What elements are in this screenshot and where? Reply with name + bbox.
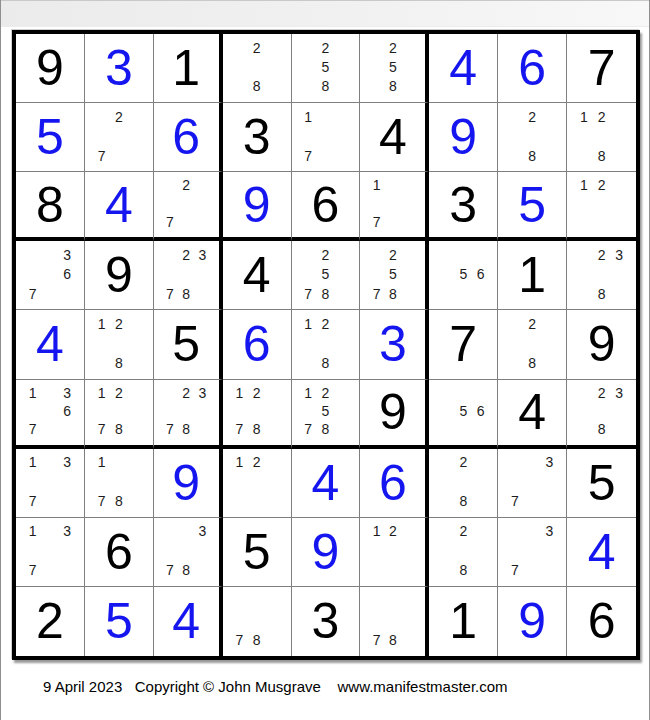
cell-r7c3[interactable]: 9: [154, 449, 223, 518]
cell-r3c4[interactable]: 9: [223, 172, 292, 241]
cell-r2c4[interactable]: 3: [223, 103, 292, 172]
pencil-marks: 28: [429, 518, 497, 586]
pencil-marks: 238: [567, 241, 636, 309]
footer-text: 9 April 2023 Copyright © John Musgrave w…: [43, 678, 508, 695]
cell-r4c2[interactable]: 9: [85, 241, 154, 310]
cell-r4c1[interactable]: 367: [16, 241, 85, 310]
pencil-mark: 2: [317, 314, 334, 333]
cell-r2c6[interactable]: 4: [360, 103, 429, 172]
pencil-mark: 2: [593, 384, 611, 402]
digit: 4: [518, 387, 546, 437]
digit: 7: [449, 319, 477, 369]
digit: 6: [172, 112, 200, 162]
cell-r3c8[interactable]: 5: [498, 172, 567, 241]
cell-r4c9[interactable]: 238: [567, 241, 636, 310]
digit: 9: [588, 319, 616, 369]
pencil-marks: 37: [498, 449, 566, 517]
pencil-mark: 8: [593, 420, 611, 438]
pencil-mark: 8: [110, 420, 127, 438]
pencil-mark: 2: [110, 107, 127, 126]
pencil-marks: 12: [360, 518, 425, 586]
pencil-mark: 3: [59, 384, 76, 402]
pencil-marks: 1278: [223, 380, 291, 445]
digit: 3: [105, 43, 133, 93]
digit: 9: [312, 527, 340, 577]
pencil-mark: 5: [455, 402, 472, 420]
pencil-mark: 7: [506, 491, 523, 510]
pencil-mark: 8: [385, 284, 401, 303]
pencil-mark: 6: [472, 402, 489, 420]
pencil-mark: 1: [24, 522, 41, 541]
pencil-marks: 78: [360, 587, 425, 656]
cell-r4c8[interactable]: 1: [498, 241, 567, 310]
cell-r9c2[interactable]: 5: [85, 587, 154, 656]
cell-r7c6[interactable]: 6: [360, 449, 429, 518]
pencil-mark: 2: [593, 176, 611, 194]
pencil-marks: 56: [429, 241, 497, 309]
pencil-marks: 27: [85, 103, 153, 171]
pencil-mark: 1: [300, 107, 317, 126]
cell-r4c5[interactable]: 2578: [292, 241, 361, 310]
cell-r8c3[interactable]: 378: [154, 518, 223, 587]
pencil-mark: 1: [368, 522, 384, 541]
cell-r5c7[interactable]: 7: [429, 310, 498, 379]
pencil-marks: 258: [360, 34, 425, 102]
digit: 4: [449, 43, 477, 93]
pencil-mark: 8: [248, 77, 265, 96]
pencil-mark: 2: [524, 314, 541, 333]
pencil-mark: 2: [248, 384, 265, 402]
pencil-mark: 2: [248, 453, 265, 472]
pencil-mark: 2: [178, 384, 194, 402]
cell-r1c4[interactable]: 28: [223, 34, 292, 103]
pencil-marks: 28: [223, 34, 291, 102]
pencil-marks: 17: [360, 172, 425, 237]
pencil-marks: 12: [223, 449, 291, 517]
cell-r7c5[interactable]: 4: [292, 449, 361, 518]
pencil-mark: 2: [178, 245, 194, 264]
cell-r8c8[interactable]: 37: [498, 518, 567, 587]
digit: 6: [518, 43, 546, 93]
pencil-marks: 2578: [360, 241, 425, 309]
cell-r7c7[interactable]: 28: [429, 449, 498, 518]
pencil-mark: 8: [524, 146, 541, 165]
pencil-marks: 12: [567, 172, 636, 237]
pencil-mark: 2: [593, 245, 611, 264]
pencil-marks: 56: [429, 380, 497, 445]
cell-r8c7[interactable]: 28: [429, 518, 498, 587]
pencil-mark: 1: [368, 176, 384, 194]
pencil-mark: 2: [248, 38, 265, 57]
pencil-mark: 7: [300, 420, 317, 438]
digit: 3: [243, 112, 271, 162]
pencil-mark: 1: [93, 314, 110, 333]
pencil-mark: 8: [455, 561, 472, 580]
digit: 9: [518, 596, 546, 646]
pencil-mark: 5: [317, 265, 334, 284]
cell-r8c1[interactable]: 137: [16, 518, 85, 587]
pencil-mark: 3: [59, 453, 76, 472]
cell-r4c3[interactable]: 2378: [154, 241, 223, 310]
pencil-marks: 128: [292, 310, 360, 378]
pencil-mark: 1: [93, 384, 110, 402]
digit: 6: [312, 180, 340, 230]
digit: 4: [588, 527, 616, 577]
cell-r1c9[interactable]: 7: [567, 34, 636, 103]
sudoku-board: 9312825825846752763174928128842796173512…: [12, 30, 640, 660]
cell-r3c5[interactable]: 6: [292, 172, 361, 241]
cell-r4c7[interactable]: 56: [429, 241, 498, 310]
digit: 4: [243, 250, 271, 300]
digit: 5: [243, 527, 271, 577]
cell-r8c5[interactable]: 9: [292, 518, 361, 587]
pencil-mark: 7: [300, 284, 317, 303]
pencil-mark: 8: [248, 630, 265, 650]
pencil-mark: 3: [541, 453, 558, 472]
pencil-mark: 5: [317, 57, 334, 76]
pencil-mark: 7: [24, 561, 41, 580]
digit: 6: [588, 596, 616, 646]
cell-r6c6[interactable]: 9: [360, 380, 429, 449]
cell-r6c4[interactable]: 1278: [223, 380, 292, 449]
pencil-mark: 3: [610, 384, 628, 402]
cell-r8c6[interactable]: 12: [360, 518, 429, 587]
pencil-mark: 2: [110, 384, 127, 402]
cell-r6c2[interactable]: 1278: [85, 380, 154, 449]
cell-r3c9[interactable]: 12: [567, 172, 636, 241]
digit: 9: [449, 112, 477, 162]
pencil-mark: 2: [317, 38, 334, 57]
pencil-mark: 8: [317, 353, 334, 372]
pencil-mark: 7: [162, 213, 178, 231]
pencil-mark: 8: [317, 284, 334, 303]
cell-r5c5[interactable]: 128: [292, 310, 361, 379]
pencil-mark: 2: [455, 453, 472, 472]
cell-r9c5[interactable]: 3: [292, 587, 361, 656]
pencil-mark: 2: [593, 107, 611, 126]
pencil-mark: 2: [110, 314, 127, 333]
cell-r5c6[interactable]: 3: [360, 310, 429, 379]
cell-r3c6[interactable]: 17: [360, 172, 429, 241]
cell-r9c4[interactable]: 78: [223, 587, 292, 656]
cell-r2c8[interactable]: 28: [498, 103, 567, 172]
pencil-mark: 1: [575, 107, 593, 126]
pencil-mark: 7: [506, 561, 523, 580]
digit: 2: [36, 596, 64, 646]
cell-r8c9[interactable]: 4: [567, 518, 636, 587]
pencil-marks: 28: [498, 310, 566, 378]
cell-r1c7[interactable]: 4: [429, 34, 498, 103]
pencil-marks: 37: [498, 518, 566, 586]
pencil-marks: 1278: [85, 380, 153, 445]
cell-r2c3[interactable]: 6: [154, 103, 223, 172]
pencil-mark: 8: [317, 77, 334, 96]
pencil-marks: 12578: [292, 380, 360, 445]
cell-r9c6[interactable]: 78: [360, 587, 429, 656]
pencil-mark: 8: [110, 491, 127, 510]
pencil-mark: 2: [317, 384, 334, 402]
cell-r9c7[interactable]: 1: [429, 587, 498, 656]
pencil-mark: 7: [162, 420, 178, 438]
pencil-mark: 1: [575, 176, 593, 194]
cell-r5c1[interactable]: 4: [16, 310, 85, 379]
pencil-mark: 5: [317, 402, 334, 420]
pencil-mark: 7: [368, 630, 384, 650]
digit: 5: [518, 180, 546, 230]
cell-r3c2[interactable]: 4: [85, 172, 154, 241]
pencil-mark: 3: [610, 245, 628, 264]
pencil-mark: 8: [385, 630, 401, 650]
digit: 4: [36, 319, 64, 369]
pencil-mark: 8: [110, 353, 127, 372]
pencil-mark: 1: [24, 384, 41, 402]
cell-r6c5[interactable]: 12578: [292, 380, 361, 449]
pencil-marks: 28: [498, 103, 566, 171]
digit: 9: [172, 458, 200, 508]
cell-r5c9[interactable]: 9: [567, 310, 636, 379]
pencil-mark: 1: [231, 453, 248, 472]
pencil-mark: 7: [162, 284, 178, 303]
pencil-mark: 2: [385, 245, 401, 264]
pencil-mark: 8: [524, 353, 541, 372]
pencil-mark: 7: [93, 420, 110, 438]
pencil-mark: 6: [59, 402, 76, 420]
pencil-mark: 5: [385, 265, 401, 284]
pencil-mark: 2: [455, 522, 472, 541]
pencil-mark: 3: [541, 522, 558, 541]
cell-r7c4[interactable]: 12: [223, 449, 292, 518]
digit: 3: [449, 180, 477, 230]
digit: 3: [379, 319, 407, 369]
pencil-mark: 3: [59, 245, 76, 264]
pencil-mark: 8: [593, 146, 611, 165]
pencil-mark: 7: [93, 491, 110, 510]
pencil-mark: 8: [593, 284, 611, 303]
cell-r2c2[interactable]: 27: [85, 103, 154, 172]
pencil-mark: 8: [178, 284, 194, 303]
pencil-mark: 7: [231, 420, 248, 438]
pencil-marks: 2378: [154, 380, 219, 445]
digit: 4: [105, 180, 133, 230]
pencil-mark: 1: [93, 453, 110, 472]
digit: 4: [312, 458, 340, 508]
cell-r9c9[interactable]: 6: [567, 587, 636, 656]
pencil-marks: 128: [567, 103, 636, 171]
cell-r9c1[interactable]: 2: [16, 587, 85, 656]
digit: 6: [105, 527, 133, 577]
pencil-marks: 178: [85, 449, 153, 517]
digit: 6: [379, 458, 407, 508]
cell-r1c8[interactable]: 6: [498, 34, 567, 103]
pencil-mark: 2: [385, 522, 401, 541]
cell-r1c3[interactable]: 1: [154, 34, 223, 103]
pencil-mark: 2: [317, 245, 334, 264]
pencil-marks: 2578: [292, 241, 360, 309]
pencil-marks: 27: [154, 172, 219, 237]
pencil-mark: 8: [178, 561, 194, 580]
digit: 5: [172, 319, 200, 369]
digit: 7: [588, 43, 616, 93]
pencil-mark: 7: [231, 630, 248, 650]
cell-r5c3[interactable]: 5: [154, 310, 223, 379]
pencil-marks: 1367: [16, 380, 84, 445]
pencil-marks: 238: [567, 380, 636, 445]
digit: 9: [36, 43, 64, 93]
pencil-mark: 3: [194, 522, 210, 541]
pencil-marks: 17: [292, 103, 360, 171]
pencil-mark: 3: [194, 384, 210, 402]
digit: 9: [105, 250, 133, 300]
cell-r5c2[interactable]: 128: [85, 310, 154, 379]
pencil-marks: 137: [16, 518, 84, 586]
pencil-mark: 1: [300, 384, 317, 402]
pencil-mark: 2: [178, 176, 194, 194]
cell-r6c3[interactable]: 2378: [154, 380, 223, 449]
pencil-marks: 258: [292, 34, 360, 102]
digit: 1: [172, 43, 200, 93]
cell-r9c8[interactable]: 9: [498, 587, 567, 656]
pencil-mark: 2: [524, 107, 541, 126]
pencil-mark: 5: [455, 265, 472, 284]
pencil-mark: 8: [385, 77, 401, 96]
pencil-mark: 3: [59, 522, 76, 541]
cell-r7c8[interactable]: 37: [498, 449, 567, 518]
cell-r9c3[interactable]: 4: [154, 587, 223, 656]
pencil-mark: 7: [24, 420, 41, 438]
cell-r4c6[interactable]: 2578: [360, 241, 429, 310]
pencil-mark: 7: [368, 284, 384, 303]
digit: 9: [379, 387, 407, 437]
cell-r2c7[interactable]: 9: [429, 103, 498, 172]
cell-r8c2[interactable]: 6: [85, 518, 154, 587]
pencil-mark: 7: [162, 561, 178, 580]
page: 9312825825846752763174928128842796173512…: [0, 0, 650, 720]
pencil-mark: 3: [194, 245, 210, 264]
pencil-mark: 8: [455, 491, 472, 510]
digit: 9: [243, 180, 271, 230]
top-bar: [1, 0, 649, 27]
cell-r3c7[interactable]: 3: [429, 172, 498, 241]
cell-r6c9[interactable]: 238: [567, 380, 636, 449]
digit: 4: [172, 596, 200, 646]
pencil-mark: 7: [24, 284, 41, 303]
cell-r6c8[interactable]: 4: [498, 380, 567, 449]
pencil-mark: 7: [368, 213, 384, 231]
pencil-mark: 1: [231, 384, 248, 402]
digit: 1: [449, 596, 477, 646]
pencil-marks: 137: [16, 449, 84, 517]
cell-r1c1[interactable]: 9: [16, 34, 85, 103]
cell-r3c1[interactable]: 8: [16, 172, 85, 241]
digit: 5: [36, 112, 64, 162]
digit: 3: [312, 596, 340, 646]
cell-r8c4[interactable]: 5: [223, 518, 292, 587]
pencil-mark: 1: [300, 314, 317, 333]
pencil-mark: 5: [385, 57, 401, 76]
cell-r2c5[interactable]: 17: [292, 103, 361, 172]
digit: 5: [588, 458, 616, 508]
pencil-mark: 6: [472, 265, 489, 284]
pencil-marks: 367: [16, 241, 84, 309]
cell-r3c3[interactable]: 27: [154, 172, 223, 241]
pencil-mark: 8: [248, 420, 265, 438]
pencil-mark: 1: [24, 453, 41, 472]
digit: 8: [36, 180, 64, 230]
pencil-mark: 2: [385, 38, 401, 57]
digit: 4: [379, 112, 407, 162]
digit: 1: [518, 250, 546, 300]
pencil-mark: 7: [300, 146, 317, 165]
cell-r1c2[interactable]: 3: [85, 34, 154, 103]
pencil-marks: 378: [154, 518, 219, 586]
pencil-mark: 7: [24, 491, 41, 510]
cell-r7c2[interactable]: 178: [85, 449, 154, 518]
cell-r4c4[interactable]: 4: [223, 241, 292, 310]
digit: 5: [105, 596, 133, 646]
pencil-mark: 6: [59, 265, 76, 284]
cell-r1c5[interactable]: 258: [292, 34, 361, 103]
pencil-mark: 8: [178, 420, 194, 438]
cell-r2c9[interactable]: 128: [567, 103, 636, 172]
cell-r1c6[interactable]: 258: [360, 34, 429, 103]
cell-r5c4[interactable]: 6: [223, 310, 292, 379]
pencil-marks: 128: [85, 310, 153, 378]
cell-r7c1[interactable]: 137: [16, 449, 85, 518]
pencil-marks: 28: [429, 449, 497, 517]
pencil-mark: 8: [317, 420, 334, 438]
cell-r2c1[interactable]: 5: [16, 103, 85, 172]
pencil-mark: 7: [93, 146, 110, 165]
cell-r6c1[interactable]: 1367: [16, 380, 85, 449]
pencil-marks: 2378: [154, 241, 219, 309]
cell-r5c8[interactable]: 28: [498, 310, 567, 379]
cell-r6c7[interactable]: 56: [429, 380, 498, 449]
pencil-marks: 78: [223, 587, 291, 656]
digit: 6: [243, 319, 271, 369]
cell-r7c9[interactable]: 5: [567, 449, 636, 518]
